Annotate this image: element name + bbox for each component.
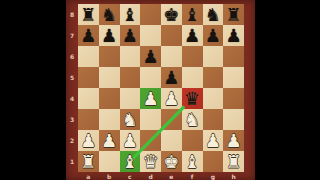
square-h3[interactable]: [223, 109, 244, 130]
piece-wP-d4[interactable]: ♟: [143, 90, 159, 108]
square-a7[interactable]: ♟: [78, 25, 99, 46]
piece-wR-a1[interactable]: ♜: [80, 153, 96, 171]
square-g7[interactable]: ♟: [203, 25, 224, 46]
square-e3[interactable]: [161, 109, 182, 130]
square-g2[interactable]: ♟: [203, 130, 224, 151]
piece-wB-c1[interactable]: ♝: [122, 153, 138, 171]
chess-board-frame: ♜♞♝♚♝♞♜♟♟♟♟♟♟♟♟♟♟♛♞♞♟♟♟♟♟♜♝♛♚♝♜ 87654321…: [66, 0, 255, 180]
square-g1[interactable]: [203, 151, 224, 172]
square-e8[interactable]: ♚: [161, 4, 182, 25]
square-f5[interactable]: [182, 67, 203, 88]
square-b8[interactable]: ♞: [99, 4, 120, 25]
square-h8[interactable]: ♜: [223, 4, 244, 25]
piece-wB-f1[interactable]: ♝: [184, 153, 200, 171]
square-d4[interactable]: ♟: [140, 88, 161, 109]
square-a8[interactable]: ♜: [78, 4, 99, 25]
square-c7[interactable]: ♟: [120, 25, 141, 46]
file-label-h: h: [223, 173, 244, 180]
file-label-e: e: [161, 173, 182, 180]
letterbox-right: [255, 0, 320, 180]
square-b1[interactable]: [99, 151, 120, 172]
file-label-d: d: [140, 173, 161, 180]
square-a4[interactable]: [78, 88, 99, 109]
square-g8[interactable]: ♞: [203, 4, 224, 25]
letterbox-left: [0, 0, 66, 180]
square-h4[interactable]: [223, 88, 244, 109]
piece-wR-h1[interactable]: ♜: [226, 153, 242, 171]
square-c1[interactable]: ♝: [120, 151, 141, 172]
chess-board: ♜♞♝♚♝♞♜♟♟♟♟♟♟♟♟♟♟♛♞♞♟♟♟♟♟♜♝♛♚♝♜: [78, 4, 244, 172]
square-c2[interactable]: ♟: [120, 130, 141, 151]
file-label-a: a: [78, 173, 99, 180]
square-f6[interactable]: [182, 46, 203, 67]
piece-bP-f7[interactable]: ♟: [184, 27, 200, 45]
square-f1[interactable]: ♝: [182, 151, 203, 172]
piece-bQ-f4[interactable]: ♛: [184, 90, 200, 108]
square-g5[interactable]: [203, 67, 224, 88]
piece-bP-a7[interactable]: ♟: [80, 27, 96, 45]
square-c8[interactable]: ♝: [120, 4, 141, 25]
piece-wN-c3[interactable]: ♞: [122, 111, 138, 129]
square-d1[interactable]: ♛: [140, 151, 161, 172]
square-h5[interactable]: [223, 67, 244, 88]
piece-bP-c7[interactable]: ♟: [122, 27, 138, 45]
piece-bP-g7[interactable]: ♟: [205, 27, 221, 45]
piece-wQ-d1[interactable]: ♛: [143, 153, 159, 171]
square-e6[interactable]: [161, 46, 182, 67]
square-a6[interactable]: [78, 46, 99, 67]
video-frame: ♜♞♝♚♝♞♜♟♟♟♟♟♟♟♟♟♟♛♞♞♟♟♟♟♟♜♝♛♚♝♜ 87654321…: [0, 0, 320, 180]
square-a2[interactable]: ♟: [78, 130, 99, 151]
piece-bP-h7[interactable]: ♟: [226, 27, 242, 45]
rank-label-8: 8: [66, 11, 78, 18]
square-b3[interactable]: [99, 109, 120, 130]
piece-wP-a2[interactable]: ♟: [80, 132, 96, 150]
piece-wP-e4[interactable]: ♟: [163, 90, 179, 108]
square-e2[interactable]: [161, 130, 182, 151]
piece-wP-c2[interactable]: ♟: [122, 132, 138, 150]
square-g6[interactable]: [203, 46, 224, 67]
square-g4[interactable]: [203, 88, 224, 109]
piece-wK-e1[interactable]: ♚: [163, 153, 179, 171]
piece-wP-h2[interactable]: ♟: [226, 132, 242, 150]
square-f7[interactable]: ♟: [182, 25, 203, 46]
square-b2[interactable]: ♟: [99, 130, 120, 151]
piece-bN-b8[interactable]: ♞: [101, 6, 117, 24]
square-c3[interactable]: ♞: [120, 109, 141, 130]
piece-bK-e8[interactable]: ♚: [163, 6, 179, 24]
piece-wP-g2[interactable]: ♟: [205, 132, 221, 150]
file-label-b: b: [99, 173, 120, 180]
rank-label-5: 5: [66, 74, 78, 81]
square-d2[interactable]: [140, 130, 161, 151]
square-c6[interactable]: [120, 46, 141, 67]
square-f2[interactable]: [182, 130, 203, 151]
square-a5[interactable]: [78, 67, 99, 88]
square-b7[interactable]: ♟: [99, 25, 120, 46]
square-d8[interactable]: [140, 4, 161, 25]
square-h1[interactable]: ♜: [223, 151, 244, 172]
square-c4[interactable]: [120, 88, 141, 109]
piece-bP-d6[interactable]: ♟: [143, 48, 159, 66]
square-e4[interactable]: ♟: [161, 88, 182, 109]
piece-bB-c8[interactable]: ♝: [122, 6, 138, 24]
piece-bB-f8[interactable]: ♝: [184, 6, 200, 24]
piece-bP-e5[interactable]: ♟: [163, 69, 179, 87]
square-h2[interactable]: ♟: [223, 130, 244, 151]
square-b6[interactable]: [99, 46, 120, 67]
square-d3[interactable]: [140, 109, 161, 130]
square-d5[interactable]: [140, 67, 161, 88]
piece-bN-g8[interactable]: ♞: [205, 6, 221, 24]
square-e1[interactable]: ♚: [161, 151, 182, 172]
square-e5[interactable]: ♟: [161, 67, 182, 88]
rank-label-3: 3: [66, 116, 78, 123]
square-a1[interactable]: ♜: [78, 151, 99, 172]
square-h7[interactable]: ♟: [223, 25, 244, 46]
square-h6[interactable]: [223, 46, 244, 67]
square-d6[interactable]: ♟: [140, 46, 161, 67]
square-d7[interactable]: [140, 25, 161, 46]
rank-label-2: 2: [66, 137, 78, 144]
square-a3[interactable]: [78, 109, 99, 130]
square-f8[interactable]: ♝: [182, 4, 203, 25]
file-label-c: c: [120, 173, 141, 180]
file-label-f: f: [182, 173, 203, 180]
file-label-g: g: [203, 173, 224, 180]
square-f4[interactable]: ♛: [182, 88, 203, 109]
piece-bR-a8[interactable]: ♜: [80, 6, 96, 24]
square-c5[interactable]: [120, 67, 141, 88]
rank-label-6: 6: [66, 53, 78, 60]
rank-label-7: 7: [66, 32, 78, 39]
square-f3[interactable]: ♞: [182, 109, 203, 130]
square-b5[interactable]: [99, 67, 120, 88]
square-g3[interactable]: [203, 109, 224, 130]
rank-label-1: 1: [66, 158, 78, 165]
piece-bP-b7[interactable]: ♟: [101, 27, 117, 45]
square-e7[interactable]: [161, 25, 182, 46]
rank-label-4: 4: [66, 95, 78, 102]
square-b4[interactable]: [99, 88, 120, 109]
piece-wP-b2[interactable]: ♟: [101, 132, 117, 150]
piece-wN-f3[interactable]: ♞: [184, 111, 200, 129]
piece-bR-h8[interactable]: ♜: [226, 6, 242, 24]
